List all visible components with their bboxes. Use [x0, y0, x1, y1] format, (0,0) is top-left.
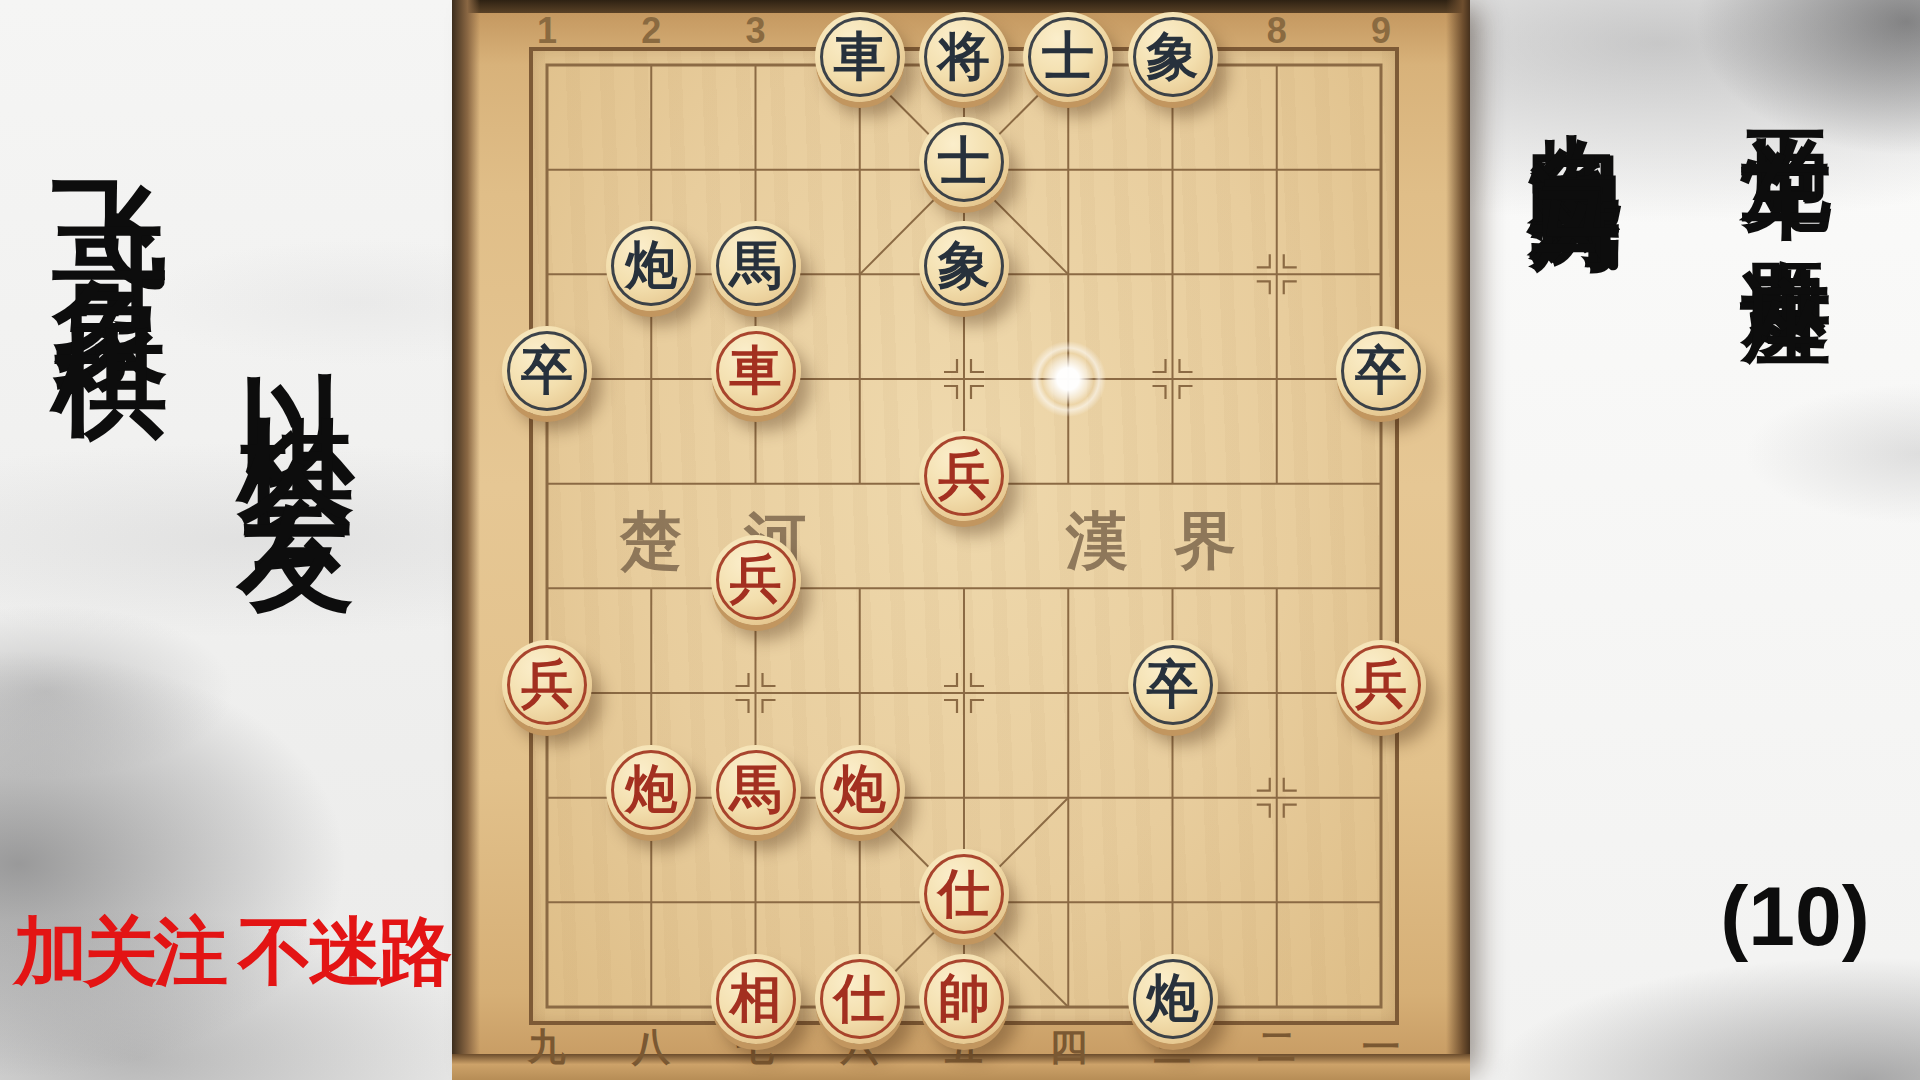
piece-black-士-f5-r0[interactable]: 士 [1023, 12, 1113, 102]
piece-glyph: 将 [938, 30, 990, 82]
file-label-bottom-1: 九 [512, 1022, 582, 1070]
piece-black-車-f3-r0[interactable]: 車 [815, 12, 905, 102]
file-label-top-9: 9 [1351, 10, 1411, 54]
file-label-bottom-9: 一 [1346, 1022, 1416, 1070]
piece-glyph: 卒 [1147, 658, 1199, 710]
piece-red-兵-f2-r5[interactable]: 兵 [711, 535, 801, 625]
piece-red-馬-f2-r7[interactable]: 馬 [711, 745, 801, 835]
screenshot-stage: 飞哥象棋 以棋会友 加关注 不迷路 中炮急冲中兵对屏风马 平炮兑车 专题讲座 (… [0, 0, 1920, 1080]
piece-glyph: 馬 [730, 763, 782, 815]
piece-red-兵-f0-r6[interactable]: 兵 [502, 640, 592, 730]
file-label-top-3: 3 [726, 10, 786, 54]
piece-glyph: 車 [730, 344, 782, 396]
piece-red-炮-f3-r7[interactable]: 炮 [815, 745, 905, 835]
piece-glyph: 炮 [1147, 972, 1199, 1024]
piece-glyph: 相 [730, 972, 782, 1024]
piece-glyph: 炮 [834, 763, 886, 815]
piece-glyph: 仕 [938, 867, 990, 919]
piece-black-将-f4-r0[interactable]: 将 [919, 12, 1009, 102]
piece-black-炮-f6-r9[interactable]: 炮 [1128, 954, 1218, 1044]
piece-glyph: 炮 [625, 239, 677, 291]
piece-black-炮-f1-r2[interactable]: 炮 [606, 221, 696, 311]
piece-glyph: 象 [938, 239, 990, 291]
file-label-bottom-2: 八 [616, 1022, 686, 1070]
piece-glyph: 兵 [730, 553, 782, 605]
file-label-top-1: 1 [517, 10, 577, 54]
piece-black-卒-f8-r3[interactable]: 卒 [1336, 326, 1426, 416]
piece-glyph: 士 [938, 135, 990, 187]
piece-black-卒-f0-r3[interactable]: 卒 [502, 326, 592, 416]
piece-red-兵-f8-r6[interactable]: 兵 [1336, 640, 1426, 730]
piece-red-炮-f1-r7[interactable]: 炮 [606, 745, 696, 835]
piece-red-帥-f4-r9[interactable]: 帥 [919, 954, 1009, 1044]
piece-black-卒-f6-r6[interactable]: 卒 [1128, 640, 1218, 730]
piece-red-仕-f3-r9[interactable]: 仕 [815, 954, 905, 1044]
piece-black-馬-f2-r2[interactable]: 馬 [711, 221, 801, 311]
piece-glyph: 帥 [938, 972, 990, 1024]
piece-glyph: 兵 [938, 449, 990, 501]
piece-glyph: 車 [834, 30, 886, 82]
piece-glyph: 卒 [521, 344, 573, 396]
piece-glyph: 炮 [625, 763, 677, 815]
piece-red-車-f2-r3[interactable]: 車 [711, 326, 801, 416]
piece-black-象-f4-r2[interactable]: 象 [919, 221, 1009, 311]
piece-black-象-f6-r0[interactable]: 象 [1128, 12, 1218, 102]
piece-red-兵-f4-r4[interactable]: 兵 [919, 431, 1009, 521]
file-label-bottom-8: 二 [1242, 1022, 1312, 1070]
piece-red-相-f2-r9[interactable]: 相 [711, 954, 801, 1044]
piece-glyph: 兵 [1355, 658, 1407, 710]
piece-glyph: 兵 [521, 658, 573, 710]
piece-glyph: 卒 [1355, 344, 1407, 396]
file-label-top-8: 8 [1247, 10, 1307, 54]
piece-black-士-f4-r1[interactable]: 士 [919, 117, 1009, 207]
xiangqi-board[interactable]: 楚河 漢界 123456789九八七六五四三二一 車将士象士炮馬象卒卒卒炮車兵兵… [0, 0, 1920, 1080]
piece-glyph: 士 [1042, 30, 1094, 82]
file-label-bottom-6: 四 [1033, 1022, 1103, 1070]
river-text-right: 漢界 [1066, 510, 1282, 572]
piece-glyph: 仕 [834, 972, 886, 1024]
file-label-top-2: 2 [621, 10, 681, 54]
piece-glyph: 象 [1147, 30, 1199, 82]
piece-glyph: 馬 [730, 239, 782, 291]
piece-red-仕-f4-r8[interactable]: 仕 [919, 849, 1009, 939]
